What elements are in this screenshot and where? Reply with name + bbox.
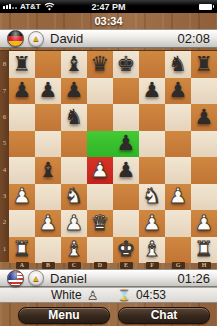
square-g6[interactable] [165, 104, 191, 131]
square-g4[interactable] [165, 157, 191, 184]
rank-label-4: 4 [0, 157, 9, 183]
square-c1[interactable]: ♝ [61, 237, 87, 264]
square-a5[interactable] [9, 131, 35, 158]
black-king: ♚ [117, 54, 136, 75]
square-c7[interactable]: ♟ [61, 78, 87, 105]
board: ♜♝♛♚♞♜♟♟♟♟♟♞♟♟♝♟♟♟♞♞♟♟♟♛♟♟♜♝♚♝♜ [9, 51, 217, 262]
square-h1[interactable]: ♜ [191, 237, 217, 264]
square-e1[interactable]: ♚ [113, 237, 139, 264]
rank-labels: 87654321 [0, 51, 9, 262]
square-c8[interactable]: ♝ [61, 51, 87, 78]
square-h5[interactable] [191, 131, 217, 158]
white-rook: ♜ [195, 239, 214, 260]
opponent-bar: ▲ David 02:08 [0, 29, 217, 48]
menu-button[interactable]: Menu [18, 307, 110, 324]
square-f6[interactable] [139, 104, 165, 131]
black-queen: ♛ [91, 54, 110, 75]
square-e2[interactable] [113, 210, 139, 237]
black-knight: ♞ [169, 54, 188, 75]
square-a3[interactable]: ♟ [9, 184, 35, 211]
rank-label-5: 5 [0, 130, 9, 156]
square-d7[interactable] [87, 78, 113, 105]
move-timer: 04:53 [136, 288, 166, 302]
player-name: Daniel [50, 271, 87, 286]
black-pawn: ♟ [13, 80, 32, 101]
square-h7[interactable] [191, 78, 217, 105]
gold-badge-icon: ▲ [28, 31, 44, 47]
top-wood-strip: 03:34 [0, 13, 217, 29]
square-g3[interactable]: ♟ [165, 184, 191, 211]
rank-label-2: 2 [0, 209, 9, 235]
white-pawn-icon: ♙ [87, 289, 99, 302]
square-g5[interactable] [165, 131, 191, 158]
opponent-clock: 02:08 [177, 31, 210, 46]
chat-button[interactable]: Chat [118, 307, 210, 324]
square-a2[interactable] [9, 210, 35, 237]
square-f8[interactable] [139, 51, 165, 78]
white-rook: ♜ [13, 239, 32, 260]
square-b6[interactable] [35, 104, 61, 131]
opponent-name: David [50, 31, 83, 46]
square-h6[interactable]: ♟ [191, 104, 217, 131]
square-b4[interactable]: ♝ [35, 157, 61, 184]
square-d1[interactable] [87, 237, 113, 264]
square-c4[interactable] [61, 157, 87, 184]
square-g2[interactable] [165, 210, 191, 237]
square-d2[interactable]: ♛ [87, 210, 113, 237]
square-f1[interactable]: ♝ [139, 237, 165, 264]
usa-flag-icon [7, 270, 24, 287]
square-d6[interactable] [87, 104, 113, 131]
black-knight: ♞ [65, 107, 84, 128]
square-b3[interactable] [35, 184, 61, 211]
file-label-g: G [165, 262, 191, 269]
black-pawn: ♟ [195, 107, 214, 128]
square-f4[interactable] [139, 157, 165, 184]
square-h3[interactable] [191, 184, 217, 211]
square-a8[interactable]: ♜ [9, 51, 35, 78]
square-e4[interactable]: ♟ [113, 157, 139, 184]
square-d4[interactable]: ♟ [87, 157, 113, 184]
black-bishop: ♝ [65, 54, 84, 75]
square-b2[interactable]: ♟ [35, 210, 61, 237]
square-b7[interactable]: ♟ [35, 78, 61, 105]
square-b1[interactable] [35, 237, 61, 264]
white-pawn: ♟ [143, 213, 162, 234]
square-c6[interactable]: ♞ [61, 104, 87, 131]
file-label-h: H [191, 262, 217, 269]
square-e6[interactable] [113, 104, 139, 131]
black-pawn: ♟ [117, 160, 136, 181]
status-bar: AT&T 2:47 PM [0, 0, 217, 13]
square-c2[interactable]: ♟ [61, 210, 87, 237]
white-pawn: ♟ [195, 213, 214, 234]
black-pawn: ♟ [169, 80, 188, 101]
player-clock: 01:26 [177, 271, 210, 286]
germany-flag-icon [7, 30, 24, 47]
board-frame: 87654321 ♜♝♛♚♞♜♟♟♟♟♟♞♟♟♝♟♟♟♞♞♟♟♟♛♟♟♜♝♚♝♜ [0, 50, 217, 262]
square-f3[interactable]: ♞ [139, 184, 165, 211]
square-a4[interactable] [9, 157, 35, 184]
square-e3[interactable] [113, 184, 139, 211]
white-king: ♚ [117, 239, 136, 260]
black-pawn: ♟ [117, 133, 136, 154]
white-knight: ♞ [143, 186, 162, 207]
white-pawn: ♟ [91, 160, 110, 181]
white-pawn: ♟ [13, 186, 32, 207]
black-rook: ♜ [195, 54, 214, 75]
white-pawn: ♟ [65, 213, 84, 234]
square-b8[interactable] [35, 51, 61, 78]
square-h2[interactable]: ♟ [191, 210, 217, 237]
app-window: AT&T 2:47 PM 03:34 ▲ David 02:08 8765432… [0, 0, 217, 326]
square-f2[interactable]: ♟ [139, 210, 165, 237]
turn-label: White [51, 288, 82, 302]
black-pawn: ♟ [39, 80, 58, 101]
square-g1[interactable] [165, 237, 191, 264]
rank-label-3: 3 [0, 183, 9, 209]
rank-label-7: 7 [0, 77, 9, 103]
white-pawn: ♟ [169, 186, 188, 207]
black-rook: ♜ [13, 54, 32, 75]
square-e8[interactable]: ♚ [113, 51, 139, 78]
file-label-f: F [139, 262, 165, 269]
square-g7[interactable]: ♟ [165, 78, 191, 105]
square-e5[interactable]: ♟ [113, 131, 139, 158]
black-bishop: ♝ [39, 160, 58, 181]
rank-label-8: 8 [0, 51, 9, 77]
square-d3[interactable] [87, 184, 113, 211]
square-c5[interactable] [61, 131, 87, 158]
bottom-toolbar: Menu Chat [0, 303, 217, 326]
gold-badge-icon: ▲ [28, 270, 44, 286]
square-b5[interactable] [35, 131, 61, 158]
clock-label: 2:47 PM [0, 2, 217, 12]
square-d5[interactable] [87, 131, 113, 158]
square-f5[interactable] [139, 131, 165, 158]
square-f7[interactable]: ♟ [139, 78, 165, 105]
rank-label-1: 1 [0, 236, 9, 262]
game-timer: 03:34 [94, 15, 122, 27]
file-label-a: A [9, 262, 35, 269]
square-a6[interactable] [9, 104, 35, 131]
square-a1[interactable]: ♜ [9, 237, 35, 264]
square-c3[interactable]: ♞ [61, 184, 87, 211]
white-queen: ♛ [91, 213, 110, 234]
white-pawn: ♟ [39, 213, 58, 234]
white-bishop: ♝ [143, 239, 162, 260]
square-e7[interactable] [113, 78, 139, 105]
white-bishop: ♝ [65, 239, 84, 260]
square-d8[interactable]: ♛ [87, 51, 113, 78]
file-labels: ABCDEFGH [0, 262, 217, 269]
square-h4[interactable] [191, 157, 217, 184]
square-h8[interactable]: ♜ [191, 51, 217, 78]
square-g8[interactable]: ♞ [165, 51, 191, 78]
turn-bar: White ♙ ⌛ 04:53 [0, 287, 217, 303]
black-pawn: ♟ [65, 80, 84, 101]
file-label-d: D [87, 262, 113, 269]
hourglass-icon: ⌛ [117, 290, 131, 301]
black-pawn: ♟ [143, 80, 162, 101]
file-label-b: B [35, 262, 61, 269]
square-a7[interactable]: ♟ [9, 78, 35, 105]
rank-label-6: 6 [0, 104, 9, 130]
white-knight: ♞ [65, 186, 84, 207]
file-label-e: E [113, 262, 139, 269]
player-bar: ▲ Daniel 01:26 [0, 269, 217, 287]
file-label-c: C [61, 262, 87, 269]
